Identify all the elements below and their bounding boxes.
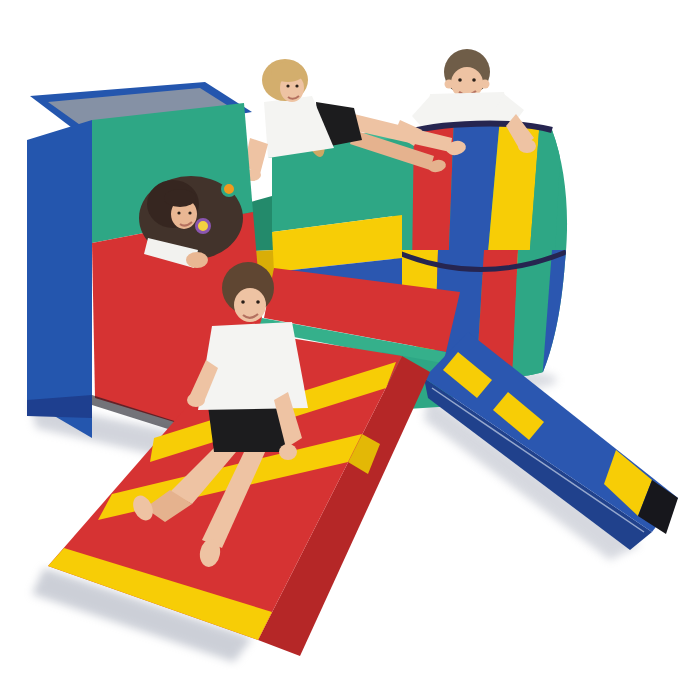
eye bbox=[177, 211, 180, 214]
boy-barrel-hand bbox=[518, 139, 536, 153]
eye bbox=[295, 84, 298, 87]
boy-slide-hand bbox=[187, 393, 205, 407]
badge-icon bbox=[223, 183, 236, 196]
cabinet-side-blue bbox=[27, 120, 92, 438]
eye bbox=[286, 84, 289, 87]
girl-fringe bbox=[271, 62, 305, 82]
badge-icon bbox=[197, 220, 210, 233]
peek-girl-hands bbox=[186, 252, 208, 268]
product-photo bbox=[0, 0, 700, 700]
eye bbox=[458, 78, 462, 82]
peek-girl-fringe bbox=[164, 189, 196, 207]
soft-play-scene bbox=[0, 0, 700, 700]
boy-slide-fist bbox=[279, 444, 297, 460]
eye bbox=[256, 300, 260, 304]
eye bbox=[472, 78, 476, 82]
eye bbox=[188, 211, 191, 214]
eye bbox=[241, 300, 245, 304]
